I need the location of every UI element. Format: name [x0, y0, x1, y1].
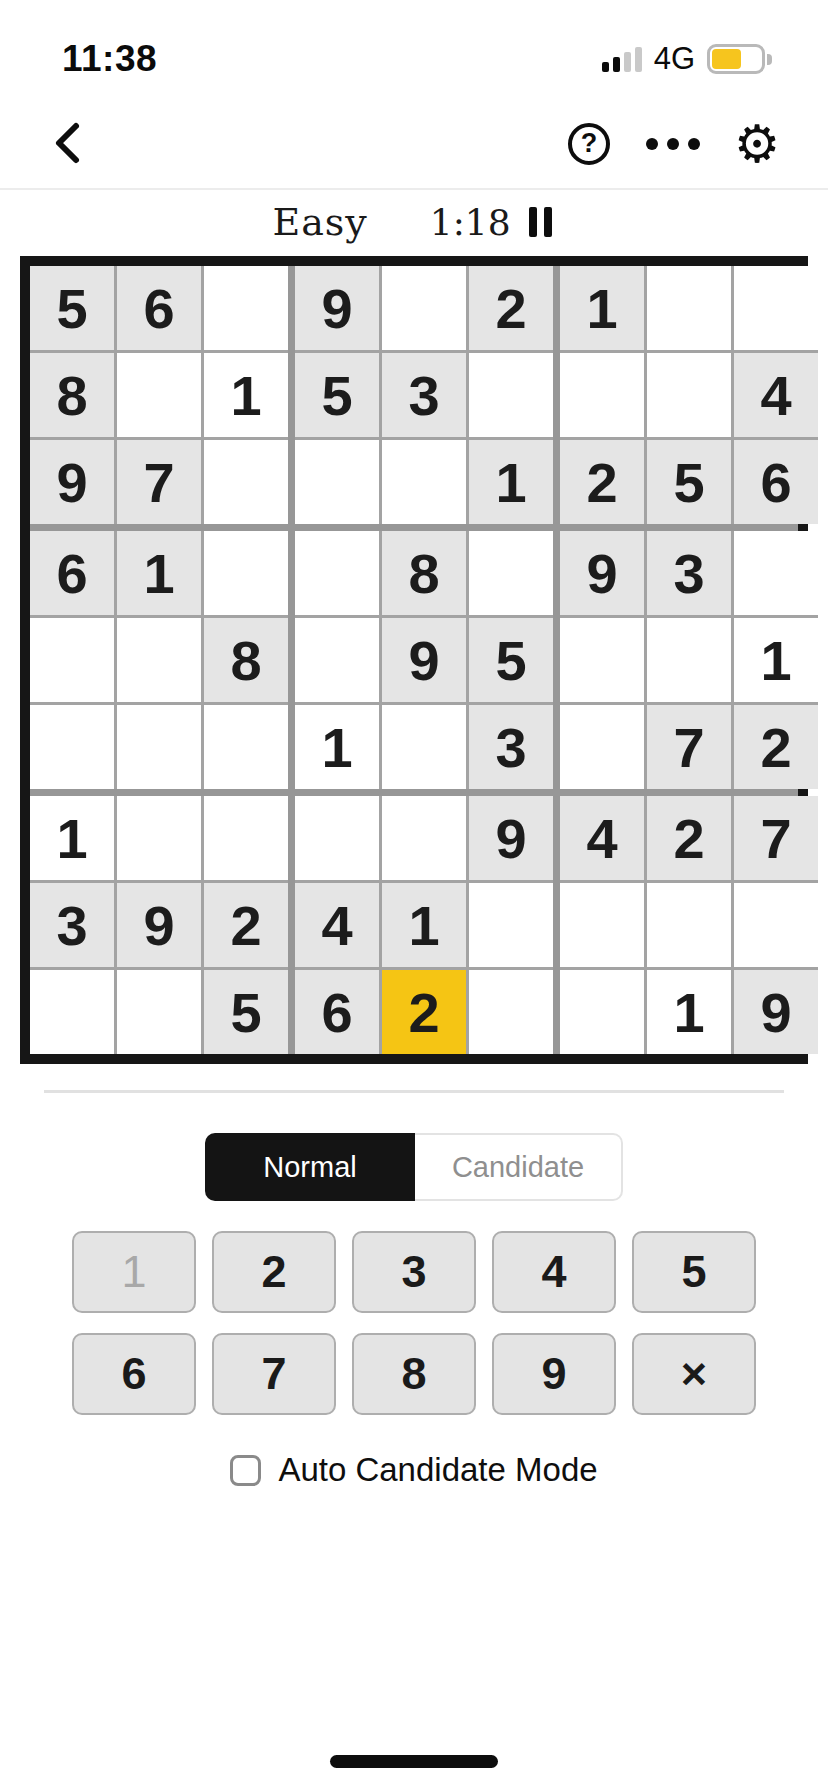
cell-r1c5[interactable]	[382, 266, 466, 350]
section-divider	[44, 1090, 784, 1093]
cell-r9c6[interactable]	[469, 970, 553, 1054]
key-2[interactable]: 2	[212, 1231, 336, 1313]
cell-r2c9[interactable]: 4	[734, 353, 818, 437]
cell-r2c5[interactable]: 3	[382, 353, 466, 437]
cell-r9c8[interactable]: 1	[647, 970, 731, 1054]
cell-r8c5[interactable]: 1	[382, 883, 466, 967]
cell-r4c5[interactable]: 8	[382, 531, 466, 615]
cell-r7c2[interactable]	[117, 796, 201, 880]
cell-r4c2[interactable]: 1	[117, 531, 201, 615]
cell-r8c4[interactable]: 4	[295, 883, 379, 967]
key-delete[interactable]: ×	[632, 1333, 756, 1415]
cell-r1c3[interactable]	[204, 266, 288, 350]
key-7[interactable]: 7	[212, 1333, 336, 1415]
cell-r3c7[interactable]: 2	[560, 440, 644, 524]
signal-strength-icon	[602, 46, 642, 72]
normal-mode-button[interactable]: Normal	[205, 1133, 415, 1201]
timer-group: 1:18	[430, 202, 556, 243]
home-indicator[interactable]	[330, 1755, 498, 1768]
cell-r1c6[interactable]: 2	[469, 266, 553, 350]
entry-mode-toggle: Normal Candidate	[0, 1133, 828, 1201]
numpad-row-1: 12345	[72, 1231, 756, 1313]
cell-r2c2[interactable]	[117, 353, 201, 437]
help-icon: ?	[568, 123, 610, 165]
gear-icon: ⚙	[734, 118, 781, 170]
key-9[interactable]: 9	[492, 1333, 616, 1415]
settings-button[interactable]: ⚙	[728, 115, 786, 173]
cell-r8c6[interactable]	[469, 883, 553, 967]
cell-r9c7[interactable]	[560, 970, 644, 1054]
cell-r7c7[interactable]: 4	[560, 796, 644, 880]
sudoku-app-screen: { "game": "sudoku", "position": "56.9.21…	[0, 0, 828, 1792]
help-button[interactable]: ?	[560, 115, 618, 173]
cell-r8c9[interactable]	[734, 883, 818, 967]
cell-r2c1[interactable]: 8	[30, 353, 114, 437]
back-button[interactable]	[44, 114, 90, 175]
more-options-button[interactable]	[644, 115, 702, 173]
difficulty-label: Easy	[272, 200, 367, 244]
cell-r7c9[interactable]: 7	[734, 796, 818, 880]
cell-r7c4[interactable]	[295, 796, 379, 880]
cell-r4c4[interactable]	[295, 531, 379, 615]
cell-r6c7[interactable]	[560, 705, 644, 789]
nav-actions: ? ⚙	[560, 115, 786, 173]
cell-r2c4[interactable]: 5	[295, 353, 379, 437]
key-4[interactable]: 4	[492, 1231, 616, 1313]
cell-r7c8[interactable]: 2	[647, 796, 731, 880]
cell-r1c1[interactable]: 5	[30, 266, 114, 350]
cell-r8c8[interactable]	[647, 883, 731, 967]
cell-r4c3[interactable]	[204, 531, 288, 615]
cell-r1c4[interactable]: 9	[295, 266, 379, 350]
box-7: 13925	[30, 796, 288, 1054]
cell-r9c4[interactable]: 6	[295, 970, 379, 1054]
cell-r5c2[interactable]	[117, 618, 201, 702]
cell-r6c3[interactable]	[204, 705, 288, 789]
cell-r9c3[interactable]: 5	[204, 970, 288, 1054]
cell-r1c2[interactable]: 6	[117, 266, 201, 350]
cell-r6c2[interactable]	[117, 705, 201, 789]
cell-r6c9[interactable]: 2	[734, 705, 818, 789]
cell-r2c3[interactable]: 1	[204, 353, 288, 437]
cell-r8c1[interactable]: 3	[30, 883, 114, 967]
cell-r7c1[interactable]: 1	[30, 796, 114, 880]
cell-r4c8[interactable]: 3	[647, 531, 731, 615]
key-3[interactable]: 3	[352, 1231, 476, 1313]
key-1[interactable]: 1	[72, 1231, 196, 1313]
cell-r3c5[interactable]	[382, 440, 466, 524]
chevron-left-icon	[50, 120, 84, 169]
cell-r4c1[interactable]: 6	[30, 531, 114, 615]
key-6[interactable]: 6	[72, 1333, 196, 1415]
key-5[interactable]: 5	[632, 1231, 756, 1313]
cell-r4c7[interactable]: 9	[560, 531, 644, 615]
auto-candidate-row[interactable]: Auto Candidate Mode	[0, 1451, 828, 1489]
candidate-mode-button[interactable]: Candidate	[415, 1133, 623, 1201]
box-2: 92531	[295, 266, 553, 524]
cell-r8c7[interactable]	[560, 883, 644, 967]
cell-r5c1[interactable]	[30, 618, 114, 702]
numpad-row-2: 6789×	[72, 1333, 756, 1415]
cell-r4c6[interactable]	[469, 531, 553, 615]
numpad: 123456789×	[0, 1231, 828, 1415]
cell-r6c8[interactable]: 7	[647, 705, 731, 789]
cell-r1c8[interactable]	[647, 266, 731, 350]
cell-r5c8[interactable]	[647, 618, 731, 702]
cell-r5c4[interactable]	[295, 618, 379, 702]
cell-r3c3[interactable]	[204, 440, 288, 524]
auto-candidate-label: Auto Candidate Mode	[278, 1451, 597, 1489]
box-1: 568197	[30, 266, 288, 524]
status-time: 11:38	[62, 38, 157, 80]
cell-r3c6[interactable]: 1	[469, 440, 553, 524]
cell-r4c9[interactable]	[734, 531, 818, 615]
battery-icon	[707, 44, 772, 74]
cell-r6c5[interactable]	[382, 705, 466, 789]
cell-r7c6[interactable]: 9	[469, 796, 553, 880]
sudoku-board: 5681979253114256618895139317213925941624…	[20, 256, 808, 1064]
box-8: 94162	[295, 796, 553, 1054]
box-4: 618	[30, 531, 288, 789]
cell-r3c8[interactable]: 5	[647, 440, 731, 524]
cell-r7c3[interactable]	[204, 796, 288, 880]
cell-r1c9[interactable]	[734, 266, 818, 350]
box-6: 93172	[560, 531, 818, 789]
box-3: 14256	[560, 266, 818, 524]
cell-r6c1[interactable]	[30, 705, 114, 789]
game-info-bar: Easy 1:18	[0, 190, 828, 254]
timer-value: 1:18	[430, 202, 511, 243]
ellipsis-icon	[646, 138, 700, 150]
cell-r2c6[interactable]	[469, 353, 553, 437]
cell-r3c1[interactable]: 9	[30, 440, 114, 524]
cell-r3c2[interactable]: 7	[117, 440, 201, 524]
cell-r9c5[interactable]: 2	[382, 970, 466, 1054]
cell-r9c2[interactable]	[117, 970, 201, 1054]
cell-r5c5[interactable]: 9	[382, 618, 466, 702]
cell-r5c6[interactable]: 5	[469, 618, 553, 702]
cell-r3c9[interactable]: 6	[734, 440, 818, 524]
network-type-label: 4G	[654, 41, 695, 77]
auto-candidate-checkbox[interactable]	[230, 1455, 261, 1486]
key-8[interactable]: 8	[352, 1333, 476, 1415]
cell-r8c2[interactable]: 9	[117, 883, 201, 967]
cell-r8c3[interactable]: 2	[204, 883, 288, 967]
cell-r5c7[interactable]	[560, 618, 644, 702]
cell-r9c9[interactable]: 9	[734, 970, 818, 1054]
cell-r7c5[interactable]	[382, 796, 466, 880]
status-icons: 4G	[602, 41, 772, 77]
status-bar: 11:38 4G	[0, 0, 828, 100]
box-9: 42719	[560, 796, 818, 1054]
cell-r6c4[interactable]: 1	[295, 705, 379, 789]
pause-icon	[529, 207, 552, 237]
cell-r3c4[interactable]	[295, 440, 379, 524]
nav-bar: ? ⚙	[0, 100, 828, 190]
cell-r1c7[interactable]: 1	[560, 266, 644, 350]
cell-r5c9[interactable]: 1	[734, 618, 818, 702]
cell-r6c6[interactable]: 3	[469, 705, 553, 789]
cell-r9c1[interactable]	[30, 970, 114, 1054]
cell-r5c3[interactable]: 8	[204, 618, 288, 702]
cell-r2c8[interactable]	[647, 353, 731, 437]
box-5: 89513	[295, 531, 553, 789]
pause-button[interactable]	[525, 203, 556, 241]
cell-r2c7[interactable]	[560, 353, 644, 437]
